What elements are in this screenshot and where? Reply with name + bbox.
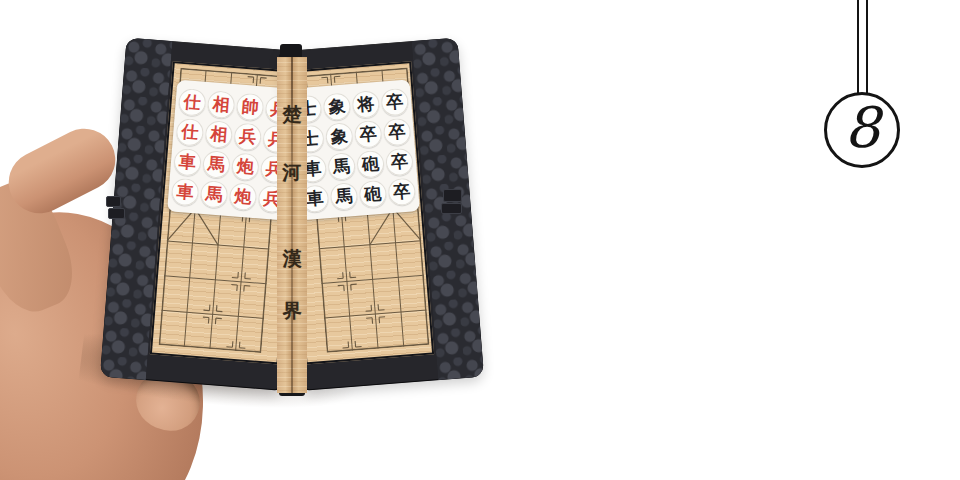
latch-tab-right-upper (443, 189, 462, 202)
river-char-jie: 界 (277, 301, 307, 320)
black-piece: 砲 (358, 179, 387, 208)
red-piece: 馬 (202, 149, 231, 178)
red-piece: 帥 (236, 92, 265, 121)
latch-tab-left-lower (108, 208, 125, 219)
case-page-left: 仕相帥兵仕相兵兵車馬炮兵車馬炮兵 (100, 38, 305, 391)
river-spine: 楚 河 漢 界 (277, 57, 307, 393)
black-piece: 将 (351, 89, 380, 118)
river-char-chu: 楚 (277, 105, 307, 124)
callout-number: 8 (844, 100, 880, 156)
red-piece: 相 (207, 90, 236, 119)
black-piece: 馬 (327, 151, 356, 180)
river-char-he: 河 (277, 163, 307, 182)
black-piece: 卒 (383, 117, 412, 146)
black-piece: 象 (322, 92, 351, 121)
black-piece: 卒 (385, 147, 414, 176)
black-piece: 卒 (380, 87, 409, 116)
river-char-han: 漢 (277, 249, 307, 268)
red-piece: 相 (204, 120, 233, 149)
black-piece: 卒 (354, 119, 383, 148)
red-piece: 車 (173, 147, 202, 176)
product-photo-stage: 仕相帥兵仕相兵兵車馬炮兵車馬炮兵 士象将卒士象卒卒車馬砲卒車馬砲卒 楚 河 漢 … (0, 0, 960, 480)
red-piece: 仕 (178, 87, 207, 116)
latch-tab-left-upper (106, 196, 121, 207)
red-piece: 車 (171, 177, 200, 206)
black-piece: 砲 (356, 149, 385, 178)
black-piece: 馬 (329, 181, 358, 210)
red-piece: 兵 (233, 122, 262, 151)
red-piece: 炮 (231, 152, 260, 181)
storage-card-black: 士象将卒士象卒卒車馬砲卒車馬砲卒 (290, 79, 420, 220)
red-piece: 炮 (229, 182, 258, 211)
red-piece: 馬 (200, 179, 229, 208)
red-piece: 仕 (175, 117, 204, 146)
black-piece: 卒 (387, 177, 416, 206)
latch-tab-right-lower (441, 203, 462, 214)
case-page-right: 士象将卒士象卒卒車馬砲卒車馬砲卒 (279, 38, 484, 391)
callout-badge: 8 (824, 92, 900, 168)
callout-line (857, 0, 868, 94)
black-piece: 象 (325, 122, 354, 151)
